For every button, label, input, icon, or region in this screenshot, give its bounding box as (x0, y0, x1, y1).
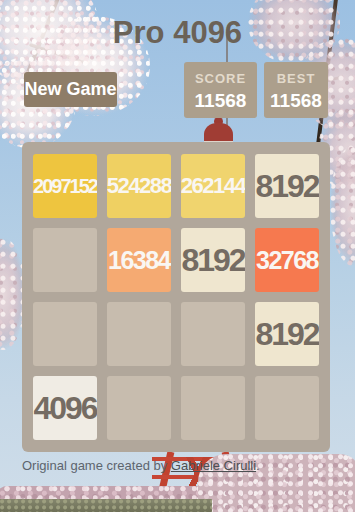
app-window: Pro 4096 New Game SCORE 11568 BEST 11568… (0, 0, 355, 512)
tile-r2c4: 32768 (255, 228, 319, 292)
score-box: SCORE 11568 (184, 62, 257, 118)
tile-r3c3 (181, 302, 245, 366)
grass-strip (0, 499, 212, 512)
tile-r2c1 (33, 228, 97, 292)
tile-r3c1 (33, 302, 97, 366)
tile-r4c4 (255, 376, 319, 440)
tile-r1c3: 262144 (181, 154, 245, 218)
tile-r4c1: 4096 (33, 376, 97, 440)
tile-r3c4: 8192 (255, 302, 319, 366)
best-box: BEST 11568 (264, 62, 328, 118)
tile-r2c3: 8192 (181, 228, 245, 292)
tile-r1c4: 8192 (255, 154, 319, 218)
tile-r3c2 (107, 302, 171, 366)
tile-r2c2: 16384 (107, 228, 171, 292)
best-value: 11568 (264, 90, 328, 112)
page-title: Pro 4096 (0, 15, 355, 51)
credit-link[interactable]: Gabriele Cirulli (171, 458, 256, 473)
tile-r1c2: 524288 (107, 154, 171, 218)
credit-period: . (256, 458, 260, 473)
best-label: BEST (264, 71, 328, 86)
score-value: 11568 (184, 90, 257, 112)
tile-r4c3 (181, 376, 245, 440)
credit-text: Original game created by (22, 458, 171, 473)
tile-r4c2 (107, 376, 171, 440)
game-board[interactable]: 2097152 524288 262144 8192 16384 8192 32… (22, 142, 330, 452)
credit-line: Original game created by Gabriele Cirull… (22, 458, 260, 473)
score-label: SCORE (184, 71, 257, 86)
tile-r1c1: 2097152 (33, 154, 97, 218)
new-game-button[interactable]: New Game (24, 72, 117, 107)
